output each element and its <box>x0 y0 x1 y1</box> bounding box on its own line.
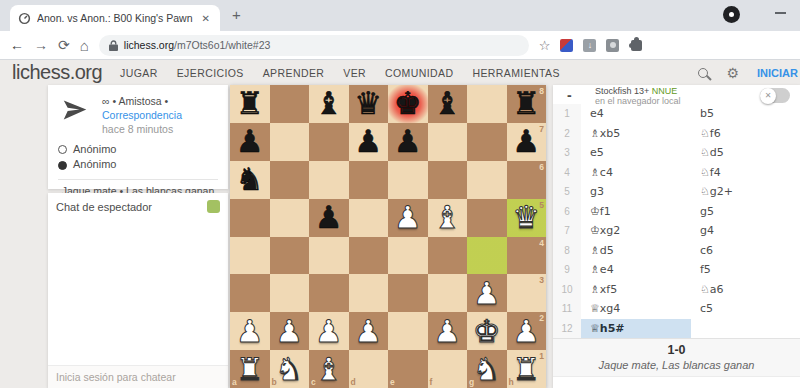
nav-item-herramientas[interactable]: HERRAMIENTAS <box>472 67 559 79</box>
square-g1[interactable]: ♞g <box>467 350 507 388</box>
move-number: 9 <box>553 260 581 280</box>
square-g2[interactable]: ♚ <box>467 312 507 350</box>
move-white-3[interactable]: e5 <box>581 143 691 163</box>
search-icon[interactable] <box>698 68 708 78</box>
black-pawn-c5[interactable]: ♟ <box>309 199 349 237</box>
move-number: 1 <box>553 104 581 124</box>
nav-item-ver[interactable]: VER <box>343 67 366 79</box>
square-d6[interactable] <box>349 161 389 199</box>
square-f7[interactable] <box>428 123 468 161</box>
coord-file-d: d <box>351 377 356 387</box>
coord-rank-5: 5 <box>539 200 544 210</box>
move-row-12: 12♕h5# <box>553 319 800 339</box>
white-pawn-d2[interactable]: ♟ <box>349 312 389 350</box>
chat-login-prompt[interactable]: Inicia sesión para chatear <box>48 365 228 388</box>
move-number: 12 <box>553 319 581 339</box>
coord-file-h: h <box>509 377 514 387</box>
tab-favicon <box>18 12 31 25</box>
move-white-6[interactable]: ♔f1 <box>581 202 691 222</box>
square-c8[interactable]: ♝ <box>309 85 349 123</box>
move-white-4[interactable]: ♗c4 <box>581 163 691 183</box>
move-row-2: 2♗xb5♘f6 <box>553 124 800 144</box>
move-number: 10 <box>553 280 581 300</box>
square-b8[interactable] <box>270 85 310 123</box>
lock-icon <box>109 40 118 51</box>
square-g5[interactable] <box>467 199 507 237</box>
square-b6[interactable] <box>270 161 310 199</box>
game-mode: ∞ • Amistosa • <box>102 94 182 108</box>
window-minimize-icon[interactable] <box>775 12 786 14</box>
square-g8[interactable] <box>467 85 507 123</box>
browser-tab-strip: Anon. vs Anon.: B00 King's Pawn ✕ + <box>0 0 800 31</box>
coord-file-a: a <box>232 377 237 387</box>
browser-window: Anon. vs Anon.: B00 King's Pawn ✕ + ← → … <box>0 0 800 388</box>
move-row-5: 5g3♘g2+ <box>553 182 800 202</box>
correspondence-plane-icon <box>58 94 92 124</box>
black-queen-d8[interactable]: ♛ <box>349 85 389 123</box>
square-e2[interactable] <box>388 312 428 350</box>
move-black-3[interactable]: ♘d5 <box>691 143 800 163</box>
move-white-9[interactable]: ♗e4 <box>581 260 691 280</box>
square-f5[interactable]: ♝ <box>428 199 468 237</box>
square-c2[interactable]: ♟ <box>309 312 349 350</box>
black-player-row[interactable]: Anónimo <box>58 157 218 173</box>
square-h2[interactable]: ♟2 <box>507 312 547 350</box>
move-number: 5 <box>553 182 581 202</box>
coord-rank-2: 2 <box>539 313 544 323</box>
coord-rank-1: 1 <box>539 351 544 361</box>
black-player-name: Anónimo <box>73 157 116 173</box>
browser-tab[interactable]: Anon. vs Anon.: B00 King's Pawn ✕ <box>10 5 220 31</box>
square-c3[interactable] <box>309 274 349 312</box>
black-knight-a6[interactable]: ♞ <box>230 161 270 199</box>
move-number: 7 <box>553 221 581 241</box>
move-row-7: 7♔xg2g4 <box>553 221 800 241</box>
url-bar[interactable]: lichess.org /m7Ots6o1/white#23 <box>99 35 529 56</box>
move-black-12[interactable] <box>691 319 800 339</box>
move-black-10[interactable]: ♘a6 <box>691 280 800 300</box>
square-c7[interactable] <box>309 123 349 161</box>
sign-in-link[interactable]: INICIAR <box>757 67 800 79</box>
move-black-1[interactable]: b5 <box>691 104 800 124</box>
black-pawn-a7[interactable]: ♟ <box>230 123 270 161</box>
square-h1[interactable]: ♜1h <box>507 350 547 388</box>
square-h8[interactable]: ♜8 <box>507 85 547 123</box>
square-f8[interactable]: ♝ <box>428 85 468 123</box>
square-e6[interactable] <box>388 161 428 199</box>
square-e3[interactable] <box>388 274 428 312</box>
square-f2[interactable]: ♟ <box>428 312 468 350</box>
move-black-7[interactable]: g4 <box>691 221 800 241</box>
engine-toggle[interactable]: ✕ <box>760 88 790 103</box>
black-bishop-f8[interactable]: ♝ <box>428 85 468 123</box>
move-row-10: 10♗xf5♘a6 <box>553 280 800 300</box>
nav-item-jugar[interactable]: JUGAR <box>120 67 158 79</box>
square-f6[interactable] <box>428 161 468 199</box>
move-row-11: 11♕xg4c5 <box>553 299 800 319</box>
square-b7[interactable] <box>270 123 310 161</box>
square-a1[interactable]: ♜a <box>230 350 270 388</box>
square-g4[interactable] <box>467 237 507 275</box>
coord-rank-6: 6 <box>539 162 544 172</box>
forward-icon[interactable]: → <box>34 38 48 52</box>
engine-toggle-knob: ✕ <box>760 88 776 104</box>
square-g3[interactable]: ♟ <box>467 274 507 312</box>
square-h5[interactable]: ♛5 <box>507 199 547 237</box>
gear-icon[interactable]: ⚙ <box>726 66 739 80</box>
coord-rank-8: 8 <box>539 86 544 96</box>
square-e5[interactable]: ♟ <box>388 199 428 237</box>
move-row-1: 1e4b5 <box>553 104 800 124</box>
move-number: 3 <box>553 143 581 163</box>
square-h4[interactable]: 4 <box>507 237 547 275</box>
square-b1[interactable]: ♞b <box>270 350 310 388</box>
coord-rank-4: 4 <box>539 238 544 248</box>
extension-icon-2[interactable]: ↓ <box>583 39 596 52</box>
site-logo[interactable]: lichess.org <box>12 61 102 84</box>
square-f1[interactable]: f <box>428 350 468 388</box>
tab-title: Anon. vs Anon.: B00 King's Pawn <box>37 12 194 24</box>
engine-eval: - <box>567 87 572 103</box>
move-black-4[interactable]: ♘f4 <box>691 163 800 183</box>
nav-item-aprender[interactable]: APRENDER <box>263 67 325 79</box>
square-d3[interactable] <box>349 274 389 312</box>
coord-file-f: f <box>430 377 433 387</box>
square-g6[interactable] <box>467 161 507 199</box>
square-b3[interactable] <box>270 274 310 312</box>
square-c1[interactable]: ♝c <box>309 350 349 388</box>
tab-close-icon[interactable]: ✕ <box>200 13 212 24</box>
chat-toggle[interactable] <box>207 200 220 213</box>
move-white-1[interactable]: e4 <box>581 104 691 124</box>
square-a3[interactable] <box>230 274 270 312</box>
square-d4[interactable] <box>349 237 389 275</box>
move-white-7[interactable]: ♔xg2 <box>581 221 691 241</box>
move-black-2[interactable]: ♘f6 <box>691 124 800 144</box>
square-h6[interactable]: 6 <box>507 161 547 199</box>
black-pawn-e7[interactable]: ♟ <box>388 123 428 161</box>
black-bishop-c8[interactable]: ♝ <box>309 85 349 123</box>
nav-item-comunidad[interactable]: COMUNIDAD <box>385 67 453 79</box>
coord-file-c: c <box>311 377 316 387</box>
analysis-panel: - Stockfish 13+ NNUE en el navegador loc… <box>553 85 800 388</box>
move-white-11[interactable]: ♕xg4 <box>581 299 691 319</box>
square-g7[interactable] <box>467 123 507 161</box>
square-f4[interactable] <box>428 237 468 275</box>
move-white-8[interactable]: ♗d5 <box>581 241 691 261</box>
white-pawn-e5[interactable]: ♟ <box>388 199 428 237</box>
black-pawn-d7[interactable]: ♟ <box>349 123 389 161</box>
move-black-9[interactable]: f5 <box>691 260 800 280</box>
square-a6[interactable]: ♞ <box>230 161 270 199</box>
game-time-ago: hace 8 minutos <box>102 122 182 136</box>
square-d8[interactable]: ♛ <box>349 85 389 123</box>
black-color-icon <box>58 161 67 170</box>
square-d2[interactable]: ♟ <box>349 312 389 350</box>
move-black-5[interactable]: ♘g2+ <box>691 182 800 202</box>
url-domain: lichess.org <box>124 39 174 51</box>
square-a8[interactable]: ♜ <box>230 85 270 123</box>
square-f3[interactable] <box>428 274 468 312</box>
main-nav: JUGAREJERCICIOSAPRENDERVERCOMUNIDADHERRA… <box>120 67 560 79</box>
square-e1[interactable]: e <box>388 350 428 388</box>
white-pawn-b2[interactable]: ♟ <box>270 312 310 350</box>
black-king-e8[interactable]: ♚ <box>388 85 428 123</box>
square-c6[interactable] <box>309 161 349 199</box>
white-player-row[interactable]: Anónimo <box>58 142 218 158</box>
move-list: 1e4b52♗xb5♘f63e5♘d54♗c4♘f45g3♘g2+6♔f1g57… <box>553 104 800 338</box>
square-d7[interactable]: ♟ <box>349 123 389 161</box>
square-a5[interactable] <box>230 199 270 237</box>
move-black-11[interactable]: c5 <box>691 299 800 319</box>
extensions-puzzle-icon[interactable] <box>631 40 642 51</box>
move-row-6: 6♔f1g5 <box>553 202 800 222</box>
reload-icon[interactable]: ⟳ <box>58 38 70 52</box>
move-row-3: 3e5♘d5 <box>553 143 800 163</box>
move-black-6[interactable]: g5 <box>691 202 800 222</box>
white-pawn-a2[interactable]: ♟ <box>230 312 270 350</box>
white-color-icon <box>58 145 67 154</box>
square-a2[interactable]: ♟ <box>230 312 270 350</box>
bookmark-star-icon[interactable]: ☆ <box>539 38 551 53</box>
white-player-name: Anónimo <box>73 142 116 158</box>
coord-rank-3: 3 <box>539 275 544 285</box>
black-rook-a8[interactable]: ♜ <box>230 85 270 123</box>
square-e7[interactable]: ♟ <box>388 123 428 161</box>
white-pawn-f2[interactable]: ♟ <box>428 312 468 350</box>
square-e4[interactable] <box>388 237 428 275</box>
move-row-4: 4♗c4♘f4 <box>553 163 800 183</box>
extension-icon-3[interactable] <box>606 39 619 52</box>
square-a4[interactable] <box>230 237 270 275</box>
result-reason: Jaque mate, Las blancas ganan <box>553 359 800 371</box>
profile-avatar[interactable] <box>723 6 740 23</box>
square-b2[interactable]: ♟ <box>270 312 310 350</box>
game-meta-card: ∞ • Amistosa • Correspondencia hace 8 mi… <box>48 85 228 189</box>
new-tab-button[interactable]: + <box>232 6 241 23</box>
coord-file-b: b <box>272 377 277 387</box>
move-number: 8 <box>553 241 581 261</box>
back-icon[interactable]: ← <box>10 38 24 52</box>
chat-title: Chat de espectador <box>56 201 152 213</box>
game-type-link[interactable]: Correspondencia <box>102 108 182 122</box>
white-king-g2[interactable]: ♚ <box>467 312 507 350</box>
move-number: 4 <box>553 163 581 183</box>
white-pawn-c2[interactable]: ♟ <box>309 312 349 350</box>
square-d5[interactable] <box>349 199 389 237</box>
coord-file-g: g <box>469 377 474 387</box>
square-e8[interactable]: ♚ <box>388 85 428 123</box>
move-white-2[interactable]: ♗xb5 <box>581 124 691 144</box>
move-number: 11 <box>553 299 581 319</box>
square-b5[interactable] <box>270 199 310 237</box>
engine-nnue-badge: NNUE <box>652 86 678 96</box>
white-bishop-f5[interactable]: ♝ <box>428 199 468 237</box>
home-icon[interactable]: ⌂ <box>80 38 89 53</box>
browser-toolbar: ← → ⟳ ⌂ lichess.org /m7Ots6o1/white#23 ☆… <box>0 31 800 60</box>
move-number: 2 <box>553 124 581 144</box>
chat-card: Chat de espectador Inicia sesión para ch… <box>48 193 228 388</box>
square-d1[interactable]: d <box>349 350 389 388</box>
move-row-9: 9♗e4f5 <box>553 260 800 280</box>
move-number: 6 <box>553 202 581 222</box>
move-white-10[interactable]: ♗xf5 <box>581 280 691 300</box>
nav-item-ejercicios[interactable]: EJERCICIOS <box>177 67 244 79</box>
square-a7[interactable]: ♟ <box>230 123 270 161</box>
coord-file-e: e <box>390 377 395 387</box>
square-h7[interactable]: ♟7 <box>507 123 547 161</box>
square-c4[interactable] <box>309 237 349 275</box>
square-c5[interactable]: ♟ <box>309 199 349 237</box>
coord-rank-7: 7 <box>539 124 544 134</box>
chess-board: ♜♝♛♚♝♜8♟♟♟♟7♞6♟♟♝♛54♟3♟♟♟♟♟♚♟2♜a♞b♝cdef♞… <box>230 85 546 388</box>
extension-icon-1[interactable] <box>560 39 573 52</box>
move-white-5[interactable]: g3 <box>581 182 691 202</box>
site-header: lichess.org JUGAREJERCICIOSAPRENDERVERCO… <box>0 60 800 85</box>
url-path: /m7Ots6o1/white#23 <box>174 39 270 51</box>
white-pawn-g3[interactable]: ♟ <box>467 274 507 312</box>
square-h3[interactable]: 3 <box>507 274 547 312</box>
square-b4[interactable] <box>270 237 310 275</box>
move-white-12[interactable]: ♕h5# <box>581 319 691 339</box>
result-score: 1-0 <box>553 343 800 357</box>
move-black-8[interactable]: c6 <box>691 241 800 261</box>
move-row-8: 8♗d5c6 <box>553 241 800 261</box>
